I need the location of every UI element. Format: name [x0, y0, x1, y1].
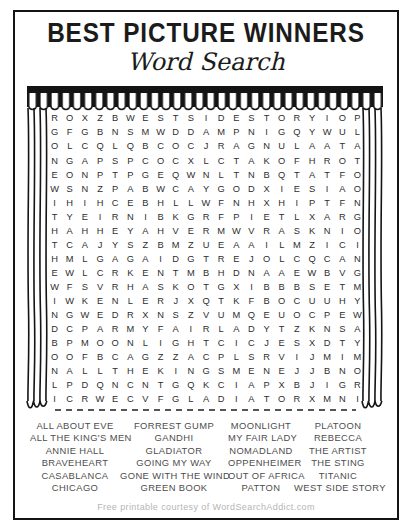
grid-cell: P	[108, 182, 123, 196]
grid-cell: P	[62, 337, 77, 351]
grid-cell: W	[320, 126, 335, 140]
grid-cell: D	[183, 126, 198, 140]
grid-cell: X	[259, 196, 274, 210]
grid-cell: N	[350, 196, 365, 210]
grid-cell: E	[138, 267, 153, 281]
grid-cell: C	[320, 252, 335, 266]
grid-cell: L	[77, 267, 92, 281]
grid-cell: D	[77, 379, 92, 393]
grid-cell: H	[304, 154, 319, 168]
word-list-item: CASABLANCA	[30, 470, 120, 482]
grid-cell: B	[259, 168, 274, 182]
grid-cell: N	[229, 196, 244, 210]
grid-cell: N	[108, 379, 123, 393]
grid-cell: J	[244, 252, 259, 266]
grid-cell: A	[244, 238, 259, 252]
grid-cell: A	[108, 252, 123, 266]
grid-cell: A	[244, 379, 259, 393]
word-list-item: CHICAGO	[30, 482, 120, 494]
grid-cell: S	[214, 365, 229, 379]
grid-cell: T	[168, 112, 183, 126]
grid-cell: F	[244, 295, 259, 309]
grid-cell: I	[350, 393, 365, 407]
grid-cell: H	[77, 224, 92, 238]
grid-cell: L	[198, 154, 213, 168]
grid-cell: S	[289, 337, 304, 351]
grid-cell: P	[259, 379, 274, 393]
grid-cell: O	[47, 140, 62, 154]
grid-cell: O	[153, 154, 168, 168]
grid-cell: X	[304, 337, 319, 351]
grid-cell: A	[229, 238, 244, 252]
grid-cell: I	[274, 182, 289, 196]
grid-cell: I	[335, 351, 350, 365]
grid-cell: L	[214, 323, 229, 337]
grid-cell: O	[259, 252, 274, 266]
grid-cell: E	[183, 224, 198, 238]
grid-cell: M	[183, 267, 198, 281]
grid-cell: H	[183, 337, 198, 351]
grid-cell: W	[47, 281, 62, 295]
grid-cell: C	[289, 252, 304, 266]
grid-cell: X	[304, 210, 319, 224]
grid-cell: O	[335, 154, 350, 168]
grid-cell: N	[198, 168, 213, 182]
grid-cell: D	[214, 112, 229, 126]
word-list-item: THE STING	[294, 457, 382, 469]
grid-cell: I	[320, 238, 335, 252]
grid-cell: B	[259, 281, 274, 295]
grid-cell: L	[229, 351, 244, 365]
grid-cell: K	[168, 281, 183, 295]
puzzle-title: BEST PICTURE WINNERS	[21, 18, 392, 49]
grid-cell: A	[229, 323, 244, 337]
grid-cell: W	[183, 168, 198, 182]
grid-cell: W	[62, 295, 77, 309]
grid-cell: H	[274, 196, 289, 210]
grid-cell: R	[350, 379, 365, 393]
grid-cell: I	[47, 295, 62, 309]
grid-cell: T	[335, 281, 350, 295]
worksheet-page: BEST PICTURE WINNERS Word Search	[0, 0, 412, 530]
grid-cell: H	[153, 224, 168, 238]
grid-cell: T	[320, 168, 335, 182]
word-list-item: PLATOON	[294, 420, 382, 432]
grid-cell: T	[47, 238, 62, 252]
grid-cell: L	[108, 140, 123, 154]
grid-cell: I	[320, 182, 335, 196]
word-list-item: WEST SIDE STORY	[294, 482, 382, 494]
grid-cell: O	[47, 351, 62, 365]
grid-cell: H	[92, 224, 107, 238]
grid-cell: Y	[350, 295, 365, 309]
grid-cell: S	[62, 182, 77, 196]
grid-cell: A	[335, 252, 350, 266]
grid-cell: T	[274, 210, 289, 224]
grid-cell: D	[320, 337, 335, 351]
word-list-item: THE ARTIST	[294, 445, 382, 457]
grid-cell: F	[62, 126, 77, 140]
grid-cell: V	[138, 393, 153, 407]
grid-cell: R	[108, 323, 123, 337]
grid-cell: C	[153, 140, 168, 154]
grid-cell: T	[214, 295, 229, 309]
grid-cell: N	[259, 140, 274, 154]
grid-cell: Z	[304, 238, 319, 252]
grid-cell: Y	[350, 337, 365, 351]
grid-cell: M	[168, 238, 183, 252]
grid-cell: E	[92, 309, 107, 323]
grid-cell: K	[304, 224, 319, 238]
grid-cell: B	[153, 210, 168, 224]
word-list-column: FORREST GUMPGANDHIGLADIATORGOING MY WAYG…	[120, 420, 228, 494]
grid-cell: R	[108, 210, 123, 224]
grid-cell: T	[108, 365, 123, 379]
grid-cell: C	[62, 393, 77, 407]
word-list-item: ALL ABOUT EVE	[30, 420, 120, 432]
grid-cell: R	[214, 252, 229, 266]
grid-cell: J	[304, 379, 319, 393]
grid-cell: N	[244, 126, 259, 140]
grid-cell: N	[335, 365, 350, 379]
grid-cell: K	[259, 154, 274, 168]
grid-cell: N	[108, 295, 123, 309]
grid-cell: I	[335, 224, 350, 238]
grid-cell: E	[229, 112, 244, 126]
grid-cell: H	[335, 295, 350, 309]
grid-cell: E	[335, 309, 350, 323]
grid-cell: A	[320, 210, 335, 224]
grid-cell: O	[335, 112, 350, 126]
grid-cell: A	[350, 323, 365, 337]
grid-cell: A	[62, 224, 77, 238]
grid-cell: E	[214, 238, 229, 252]
grid-cell: Q	[92, 379, 107, 393]
grid-cell: G	[138, 351, 153, 365]
grid-cell: O	[350, 168, 365, 182]
grid-cell: M	[320, 393, 335, 407]
grid-cell: O	[274, 393, 289, 407]
grid-cell: I	[77, 196, 92, 210]
grid-cell: Y	[304, 126, 319, 140]
word-list-item: BRAVEHEART	[30, 457, 120, 469]
grid-cell: O	[274, 112, 289, 126]
grid-cell: Q	[304, 252, 319, 266]
grid-cell: B	[320, 365, 335, 379]
grid-cell: E	[289, 182, 304, 196]
grid-cell: C	[244, 337, 259, 351]
grid-cell: A	[168, 323, 183, 337]
grid-cell: J	[198, 140, 213, 154]
grid-cell: I	[229, 393, 244, 407]
grid-cell: U	[198, 238, 213, 252]
letter-grid: ROXZBWESTSIDESTORYIOPGFGBNSMWDDAMPNIGQYW…	[47, 112, 365, 407]
grid-cell: W	[198, 196, 213, 210]
grid-cell: E	[289, 267, 304, 281]
grid-cell: A	[198, 126, 213, 140]
grid-cell: L	[62, 140, 77, 154]
grid-cell: B	[198, 267, 213, 281]
grid-cell: C	[123, 393, 138, 407]
grid-cell: J	[304, 351, 319, 365]
grid-cell: A	[77, 154, 92, 168]
grid-cell: L	[183, 393, 198, 407]
grid-cell: O	[183, 281, 198, 295]
grid-cell: I	[289, 351, 304, 365]
word-list-item: GLADIATOR	[120, 445, 228, 457]
grid-cell: T	[259, 112, 274, 126]
grid-cell: P	[229, 210, 244, 224]
grid-cell: N	[153, 267, 168, 281]
word-list-column: PLATOONREBECCATHE ARTISTTHE STINGTITANIC…	[294, 420, 382, 494]
grid-cell: Z	[289, 323, 304, 337]
grid-cell: P	[62, 379, 77, 393]
grid-cell: L	[92, 365, 107, 379]
grid-cell: S	[289, 224, 304, 238]
grid-cell: G	[138, 168, 153, 182]
grid-cell: W	[229, 224, 244, 238]
grid-cell: A	[123, 182, 138, 196]
grid-cell: L	[274, 252, 289, 266]
grid-cell: I	[320, 379, 335, 393]
grid-cell: R	[198, 224, 213, 238]
puzzle-subtitle: Word Search	[0, 48, 412, 76]
grid-cell: Z	[183, 238, 198, 252]
grid-cell: S	[168, 309, 183, 323]
grid-cell: W	[77, 309, 92, 323]
grid-cell: C	[214, 154, 229, 168]
grid-cell: P	[123, 168, 138, 182]
grid-cell: C	[335, 238, 350, 252]
word-list-item: TITANIC	[294, 470, 382, 482]
grid-cell: T	[335, 140, 350, 154]
grid-cell: M	[77, 337, 92, 351]
grid-cell: T	[229, 168, 244, 182]
grid-cell: R	[198, 210, 213, 224]
grid-cell: M	[138, 126, 153, 140]
grid-cell: M	[62, 252, 77, 266]
grid-cell: L	[168, 196, 183, 210]
grid-cell: B	[259, 295, 274, 309]
grid-cell: G	[47, 126, 62, 140]
grid-cell: O	[62, 112, 77, 126]
grid-cell: P	[123, 154, 138, 168]
grid-cell: D	[168, 126, 183, 140]
grid-cell: X	[229, 281, 244, 295]
grid-cell: Q	[244, 309, 259, 323]
grid-cell: I	[244, 281, 259, 295]
grid-cell: J	[168, 295, 183, 309]
grid-cell: T	[198, 281, 213, 295]
grid-cell: J	[92, 238, 107, 252]
word-list-item: GOING MY WAY	[120, 457, 228, 469]
grid-cell: O	[289, 309, 304, 323]
grid-cell: Z	[138, 238, 153, 252]
grid-cell: L	[77, 252, 92, 266]
grid-cell: A	[77, 238, 92, 252]
grid-cell: T	[350, 154, 365, 168]
grid-cell: C	[214, 379, 229, 393]
grid-cell: K	[153, 365, 168, 379]
grid-cell: T	[198, 252, 213, 266]
grid-cell: T	[153, 379, 168, 393]
grid-cell: O	[62, 168, 77, 182]
grid-cell: Y	[62, 210, 77, 224]
grid-cell: A	[183, 351, 198, 365]
grid-cell: W	[62, 267, 77, 281]
grid-cell: R	[153, 295, 168, 309]
grid-cell: K	[304, 323, 319, 337]
grid-cell: R	[108, 267, 123, 281]
word-list-item: GONE WITH THE WIND	[120, 470, 228, 482]
grid-cell: T	[289, 168, 304, 182]
grid-cell: R	[289, 393, 304, 407]
grid-cell: N	[47, 365, 62, 379]
grid-cell: B	[289, 379, 304, 393]
grid-cell: E	[92, 295, 107, 309]
grid-cell: D	[244, 323, 259, 337]
grid-cell: O	[274, 295, 289, 309]
grid-cell: O	[92, 337, 107, 351]
grid-cell: R	[108, 281, 123, 295]
grid-cell: M	[350, 351, 365, 365]
grid-cell: M	[214, 126, 229, 140]
grid-cell: A	[244, 393, 259, 407]
grid-cell: T	[47, 210, 62, 224]
grid-cell: X	[138, 309, 153, 323]
curtain-valance-graphic	[27, 86, 383, 114]
grid-cell: O	[350, 365, 365, 379]
word-list-column: MOONLIGHTMY FAIR LADYNOMADLANDOPPENHEIME…	[228, 420, 294, 494]
grid-cell: G	[350, 267, 365, 281]
grid-cell: S	[244, 112, 259, 126]
grid-cell: B	[92, 126, 107, 140]
grid-cell: G	[183, 210, 198, 224]
word-list-item: MOONLIGHT	[228, 420, 294, 432]
grid-cell: L	[214, 168, 229, 182]
grid-cell: W	[350, 309, 365, 323]
grid-cell: K	[229, 295, 244, 309]
grid-cell: E	[153, 168, 168, 182]
grid-cell: G	[168, 393, 183, 407]
grid-cell: N	[320, 224, 335, 238]
grid-cell: L	[77, 365, 92, 379]
grid-cell: U	[335, 126, 350, 140]
grid-cell: L	[274, 238, 289, 252]
grid-cell: U	[304, 295, 319, 309]
grid-cell: H	[62, 196, 77, 210]
grid-cell: N	[123, 337, 138, 351]
grid-cell: Y	[123, 224, 138, 238]
grid-cell: A	[183, 182, 198, 196]
grid-cell: W	[153, 182, 168, 196]
footer-credit: Free printable courtesy of WordSearchAdd…	[0, 502, 412, 512]
grid-cell: G	[77, 126, 92, 140]
grid-cell: C	[289, 295, 304, 309]
grid-cell: A	[138, 281, 153, 295]
grid-cell: T	[335, 337, 350, 351]
grid-cell: O	[350, 182, 365, 196]
word-list-item: MY FAIR LADY	[228, 432, 294, 444]
grid-cell: Q	[289, 126, 304, 140]
grid-cell: R	[320, 154, 335, 168]
word-list-column: ALL ABOUT EVEALL THE KING'S MENANNIE HAL…	[30, 420, 120, 494]
grid-cell: G	[244, 140, 259, 154]
grid-cell: P	[320, 309, 335, 323]
grid-cell: Y	[138, 323, 153, 337]
grid-cell: M	[229, 309, 244, 323]
grid-cell: G	[62, 154, 77, 168]
grid-cell: C	[168, 182, 183, 196]
grid-cell: C	[62, 238, 77, 252]
grid-cell: S	[153, 281, 168, 295]
grid-cell: Y	[108, 238, 123, 252]
grid-cell: N	[123, 210, 138, 224]
grid-cell: C	[77, 140, 92, 154]
grid-cell: N	[153, 309, 168, 323]
grid-cell: V	[274, 351, 289, 365]
grid-cell: M	[214, 224, 229, 238]
word-list-item: REBECCA	[294, 432, 382, 444]
grid-cell: N	[47, 309, 62, 323]
grid-cell: P	[229, 126, 244, 140]
word-list: ALL ABOUT EVEALL THE KING'S MENANNIE HAL…	[30, 420, 382, 494]
grid-cell: E	[138, 295, 153, 309]
grid-cell: A	[304, 140, 319, 154]
grid-cell: B	[138, 182, 153, 196]
grid-cell: N	[335, 393, 350, 407]
grid-cell: Z	[92, 182, 107, 196]
grid-cell: R	[214, 140, 229, 154]
grid-cell: O	[229, 182, 244, 196]
grid-cell: O	[350, 224, 365, 238]
grid-cell: C	[198, 351, 213, 365]
grid-cell: A	[335, 182, 350, 196]
grid-cell: Q	[123, 140, 138, 154]
grid-cell: G	[335, 379, 350, 393]
grid-cell: N	[350, 252, 365, 266]
grid-cell: U	[320, 295, 335, 309]
grid-cell: C	[92, 267, 107, 281]
grid-cell: S	[123, 238, 138, 252]
grid-cell: B	[320, 267, 335, 281]
divider-dashed-line	[55, 409, 356, 411]
grid-cell: X	[183, 154, 198, 168]
grid-cell: F	[289, 154, 304, 168]
grid-cell: B	[289, 281, 304, 295]
grid-cell: E	[108, 224, 123, 238]
grid-cell: F	[214, 196, 229, 210]
grid-cell: R	[47, 112, 62, 126]
grid-cell: I	[92, 210, 107, 224]
grid-cell: I	[138, 210, 153, 224]
grid-cell: N	[47, 154, 62, 168]
grid-cell: S	[153, 112, 168, 126]
grid-cell: V	[168, 224, 183, 238]
grid-cell: Z	[168, 351, 183, 365]
grid-cell: V	[92, 281, 107, 295]
grid-cell: I	[183, 323, 198, 337]
grid-cell: N	[77, 168, 92, 182]
grid-cell: H	[47, 252, 62, 266]
grid-cell: A	[274, 224, 289, 238]
grid-cell: C	[123, 379, 138, 393]
grid-cell: E	[244, 365, 259, 379]
grid-cell: L	[289, 210, 304, 224]
grid-cell: J	[289, 365, 304, 379]
grid-cell: C	[304, 309, 319, 323]
grid-cell: P	[350, 112, 365, 126]
